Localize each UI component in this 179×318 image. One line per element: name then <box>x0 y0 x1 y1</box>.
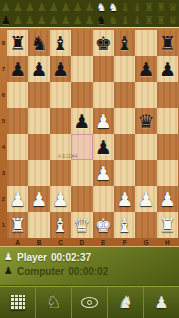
square-e8[interactable]: ♚ <box>93 30 114 56</box>
square-c6[interactable] <box>50 82 71 108</box>
square-f7[interactable] <box>114 56 135 82</box>
square-c3[interactable] <box>50 160 71 186</box>
white-pawn-icon: ♟ <box>4 250 13 264</box>
chess-board: 87654321 ♜♞♝♚♝♜♟♟♟♟♟♟♟♛♟♟♟♟♟♟♟♟♜♝♛♚♝♜ AB… <box>0 27 179 247</box>
captured-tray-white-row: ♟♟♟♟♟♟♟♟♞♞♝♝♜♜♛ <box>0 1 179 14</box>
white-rook-h1[interactable]: ♜ <box>157 212 178 238</box>
slot-white-pawn: ♟ <box>36 1 48 14</box>
knight-solid-button[interactable]: ♞ <box>108 287 144 318</box>
square-f1[interactable]: ♝ <box>114 212 135 238</box>
black-bishop-c8[interactable]: ♝ <box>50 30 71 56</box>
square-d5[interactable]: ♟ <box>71 108 92 134</box>
file-label-b: B <box>28 238 49 247</box>
file-label-e: E <box>93 238 114 247</box>
square-e3[interactable]: ♟ <box>93 160 114 186</box>
eye-pupil-icon <box>87 300 92 305</box>
file-label-c: C <box>50 238 71 247</box>
slot-black-pawn: ♟ <box>84 14 96 27</box>
square-a2[interactable]: ♟ <box>7 186 28 212</box>
board-grid-button[interactable] <box>0 287 36 318</box>
computer-label: Computer <box>17 266 64 277</box>
captured-black-pawn: ♟ <box>0 14 12 27</box>
square-c5[interactable] <box>50 108 71 134</box>
square-b4[interactable] <box>28 134 49 160</box>
white-pawn-h2[interactable]: ♟ <box>157 186 178 212</box>
bottom-toolbar: ♘ ♞ ♟ <box>0 286 179 318</box>
square-d3[interactable] <box>71 160 92 186</box>
white-pawn-c2[interactable]: ♟ <box>50 186 71 212</box>
square-h6[interactable] <box>157 82 178 108</box>
white-pawn-b2[interactable]: ♟ <box>28 186 49 212</box>
square-g2[interactable]: ♟ <box>135 186 156 212</box>
square-b3[interactable] <box>28 160 49 186</box>
slot-white-pawn: ♟ <box>0 1 12 14</box>
black-pawn-c7[interactable]: ♟ <box>50 56 71 82</box>
square-g3[interactable] <box>135 160 156 186</box>
square-f8[interactable]: ♝ <box>114 30 135 56</box>
square-f5[interactable] <box>114 108 135 134</box>
white-king-e1[interactable]: ♚ <box>93 212 114 238</box>
square-c1[interactable]: ♝ <box>50 212 71 238</box>
black-pawn-h7[interactable]: ♟ <box>157 56 178 82</box>
engine-thinking-text: 4:E1D#4 <box>58 154 78 159</box>
square-b1[interactable] <box>28 212 49 238</box>
rank-label-4: 4 <box>0 134 7 160</box>
square-c2[interactable]: ♟ <box>50 186 71 212</box>
square-h2[interactable]: ♟ <box>157 186 178 212</box>
square-f3[interactable] <box>114 160 135 186</box>
slot-white-pawn: ♟ <box>48 1 60 14</box>
rank-label-1: 1 <box>0 212 7 238</box>
rank-label-5: 5 <box>0 108 7 134</box>
slot-white-pawn: ♟ <box>72 1 84 14</box>
slot-black-queen: ♛ <box>167 14 179 27</box>
black-pawn-b7[interactable]: ♟ <box>28 56 49 82</box>
black-pawn-e4[interactable]: ♟ <box>93 134 114 160</box>
square-g1[interactable] <box>135 212 156 238</box>
black-bishop-f8[interactable]: ♝ <box>114 30 135 56</box>
rank-label-2: 2 <box>0 186 7 212</box>
square-e1[interactable]: ♚ <box>93 212 114 238</box>
square-d7[interactable] <box>71 56 92 82</box>
slot-white-pawn: ♟ <box>60 1 72 14</box>
square-f4[interactable] <box>114 134 135 160</box>
square-b8[interactable]: ♞ <box>28 30 49 56</box>
rank-label-3: 3 <box>0 160 7 186</box>
black-pawn-d5[interactable]: ♟ <box>71 108 92 134</box>
slot-white-bishop: ♝ <box>119 1 131 14</box>
slot-black-bishop: ♝ <box>119 14 131 27</box>
slot-white-queen: ♛ <box>167 1 179 14</box>
square-g7[interactable]: ♟ <box>135 56 156 82</box>
white-pawn-g2[interactable]: ♟ <box>135 186 156 212</box>
square-a3[interactable] <box>7 160 28 186</box>
square-d1[interactable]: ♛ <box>71 212 92 238</box>
file-label-f: F <box>114 238 135 247</box>
slot-black-pawn: ♟ <box>24 14 36 27</box>
player-label: Player <box>17 252 47 263</box>
slot-white-pawn: ♟ <box>24 1 36 14</box>
slot-black-rook: ♜ <box>155 14 167 27</box>
slot-black-bishop: ♝ <box>131 14 143 27</box>
slot-black-pawn: ♟ <box>12 14 24 27</box>
square-f6[interactable] <box>114 82 135 108</box>
square-a8[interactable]: ♜ <box>7 30 28 56</box>
square-b5[interactable] <box>28 108 49 134</box>
black-king-e8[interactable]: ♚ <box>93 30 114 56</box>
slot-black-knight: ♞ <box>107 14 119 27</box>
white-bishop-f1[interactable]: ♝ <box>114 212 135 238</box>
rank-label-7: 7 <box>0 56 7 82</box>
white-queen-d1[interactable]: ♛ <box>71 212 92 238</box>
square-d8[interactable] <box>71 30 92 56</box>
square-b2[interactable]: ♟ <box>28 186 49 212</box>
square-c7[interactable]: ♟ <box>50 56 71 82</box>
slot-white-pawn: ♟ <box>84 1 96 14</box>
white-bishop-c1[interactable]: ♝ <box>50 212 71 238</box>
square-d2[interactable] <box>71 186 92 212</box>
white-rook-a1[interactable]: ♜ <box>7 212 28 238</box>
slot-white-pawn: ♟ <box>12 1 24 14</box>
grid-icon <box>10 295 25 310</box>
square-b6[interactable] <box>28 82 49 108</box>
slot-white-bishop: ♝ <box>131 1 143 14</box>
captured-tray-black-row: ♟♟♟♟♟♟♟♟♞♞♝♝♜♜♛ <box>0 14 179 27</box>
square-h4[interactable] <box>157 134 178 160</box>
square-e6[interactable] <box>93 82 114 108</box>
square-e5[interactable]: ♟ <box>93 108 114 134</box>
white-pawn-f2[interactable]: ♟ <box>114 186 135 212</box>
square-h5[interactable] <box>157 108 178 134</box>
square-a5[interactable] <box>7 108 28 134</box>
knight-solid-icon: ♞ <box>118 294 133 311</box>
slot-black-rook: ♜ <box>143 14 155 27</box>
square-f2[interactable]: ♟ <box>114 186 135 212</box>
square-g6[interactable] <box>135 82 156 108</box>
file-label-a: A <box>7 238 28 247</box>
square-h7[interactable]: ♟ <box>157 56 178 82</box>
square-g8[interactable] <box>135 30 156 56</box>
black-pawn-g7[interactable]: ♟ <box>135 56 156 82</box>
black-pawn-icon: ♟ <box>4 264 13 278</box>
file-labels: ABCDEFGH <box>7 238 179 247</box>
square-c8[interactable]: ♝ <box>50 30 71 56</box>
square-h1[interactable]: ♜ <box>157 212 178 238</box>
square-h8[interactable]: ♜ <box>157 30 178 56</box>
clock-panel: ♟ Player 00:02:37 ♟ Computer 00:00:02 <box>0 247 179 285</box>
square-a4[interactable] <box>7 134 28 160</box>
player-clock-row: ♟ Player 00:02:37 <box>4 250 175 264</box>
captured-white-knight: ♞ <box>107 1 119 14</box>
player-time: 00:02:37 <box>51 252 91 263</box>
square-a6[interactable] <box>7 82 28 108</box>
square-e7[interactable] <box>93 56 114 82</box>
slot-white-rook: ♜ <box>143 1 155 14</box>
white-pawn-e5[interactable]: ♟ <box>93 108 114 134</box>
square-h3[interactable] <box>157 160 178 186</box>
square-e2[interactable] <box>93 186 114 212</box>
black-queen-g5[interactable]: ♛ <box>135 108 156 134</box>
slot-black-pawn: ♟ <box>36 14 48 27</box>
rank-label-8: 8 <box>0 30 7 56</box>
square-g4[interactable] <box>135 134 156 160</box>
knight-outline-icon: ♘ <box>46 294 61 311</box>
square-g5[interactable]: ♛ <box>135 108 156 134</box>
file-label-h: H <box>157 238 178 247</box>
white-pawn-e3[interactable]: ♟ <box>93 160 114 186</box>
black-rook-a8[interactable]: ♜ <box>7 30 28 56</box>
white-pawn-a2[interactable]: ♟ <box>7 186 28 212</box>
slot-black-pawn: ♟ <box>60 14 72 27</box>
rank-label-6: 6 <box>0 82 7 108</box>
square-e4[interactable]: ♟ <box>93 134 114 160</box>
captured-black-knight: ♞ <box>95 14 107 27</box>
eye-button[interactable] <box>72 287 108 318</box>
square-b7[interactable]: ♟ <box>28 56 49 82</box>
file-label-d: D <box>71 238 92 247</box>
computer-time: 00:00:02 <box>68 266 108 277</box>
computer-clock-row: ♟ Computer 00:00:02 <box>4 264 175 278</box>
eye-icon <box>81 297 98 308</box>
square-d6[interactable] <box>71 82 92 108</box>
pawn-icon: ♟ <box>154 295 168 311</box>
black-pawn-a7[interactable]: ♟ <box>7 56 28 82</box>
slot-black-pawn: ♟ <box>72 14 84 27</box>
knight-outline-button[interactable]: ♘ <box>36 287 72 318</box>
rank-labels: 87654321 <box>0 30 7 238</box>
pawn-button[interactable]: ♟ <box>144 287 179 318</box>
file-label-g: G <box>135 238 156 247</box>
square-a1[interactable]: ♜ <box>7 212 28 238</box>
square-a7[interactable]: ♟ <box>7 56 28 82</box>
slot-white-rook: ♜ <box>155 1 167 14</box>
captured-white-knight: ♞ <box>95 1 107 14</box>
black-rook-h8[interactable]: ♜ <box>157 30 178 56</box>
captured-pieces-tray: ♟♟♟♟♟♟♟♟♞♞♝♝♜♜♛ ♟♟♟♟♟♟♟♟♞♞♝♝♜♜♛ <box>0 0 179 27</box>
board-grid: ♜♞♝♚♝♜♟♟♟♟♟♟♟♛♟♟♟♟♟♟♟♟♜♝♛♚♝♜ <box>7 30 178 238</box>
slot-black-pawn: ♟ <box>48 14 60 27</box>
black-knight-b8[interactable]: ♞ <box>28 30 49 56</box>
